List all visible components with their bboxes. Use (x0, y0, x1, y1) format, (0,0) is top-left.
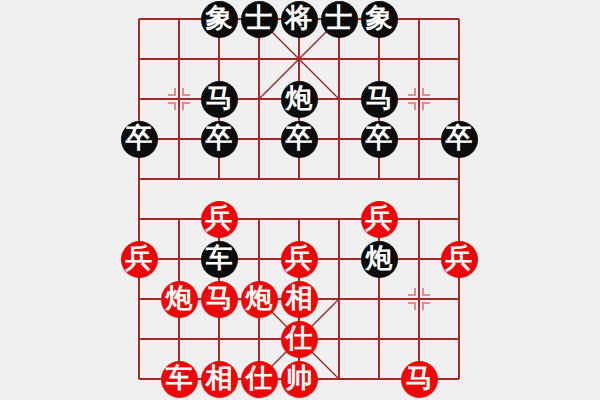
piece-black-chariot[interactable]: 车 (201, 241, 238, 278)
piece-red-soldier[interactable]: 兵 (281, 241, 318, 278)
piece-red-soldier[interactable]: 兵 (441, 241, 478, 278)
piece-black-soldier[interactable]: 卒 (281, 121, 318, 158)
piece-red-general[interactable]: 帅 (281, 361, 318, 398)
piece-red-horse[interactable]: 马 (201, 281, 238, 318)
piece-black-advisor[interactable]: 士 (241, 1, 278, 38)
piece-red-cannon[interactable]: 炮 (241, 281, 278, 318)
piece-red-cannon[interactable]: 炮 (161, 281, 198, 318)
piece-black-soldier[interactable]: 卒 (441, 121, 478, 158)
piece-black-general[interactable]: 将 (281, 1, 318, 38)
piece-black-soldier[interactable]: 卒 (201, 121, 238, 158)
piece-black-advisor[interactable]: 士 (321, 1, 358, 38)
piece-red-elephant[interactable]: 相 (281, 281, 318, 318)
piece-black-soldier[interactable]: 卒 (361, 121, 398, 158)
piece-red-advisor[interactable]: 仕 (241, 361, 278, 398)
piece-black-elephant[interactable]: 象 (201, 1, 238, 38)
piece-red-soldier[interactable]: 兵 (121, 241, 158, 278)
piece-red-advisor[interactable]: 仕 (281, 321, 318, 358)
piece-black-soldier[interactable]: 卒 (121, 121, 158, 158)
piece-black-horse[interactable]: 马 (361, 81, 398, 118)
piece-red-soldier[interactable]: 兵 (201, 201, 238, 238)
piece-black-horse[interactable]: 马 (201, 81, 238, 118)
piece-red-soldier[interactable]: 兵 (361, 201, 398, 238)
piece-black-elephant[interactable]: 象 (361, 1, 398, 38)
xiangqi-screenshot: 象士将士象马炮马卒卒卒卒卒兵兵兵车兵炮兵炮马炮相仕车相仕帅马 (0, 0, 600, 400)
xiangqi-board: 象士将士象马炮马卒卒卒卒卒兵兵兵车兵炮兵炮马炮相仕车相仕帅马 (139, 19, 459, 379)
piece-red-horse[interactable]: 马 (401, 361, 438, 398)
piece-red-elephant[interactable]: 相 (201, 361, 238, 398)
piece-black-cannon[interactable]: 炮 (361, 241, 398, 278)
piece-red-chariot[interactable]: 车 (161, 361, 198, 398)
piece-black-cannon[interactable]: 炮 (281, 81, 318, 118)
piece-layer: 象士将士象马炮马卒卒卒卒卒兵兵兵车兵炮兵炮马炮相仕车相仕帅马 (119, 0, 479, 399)
